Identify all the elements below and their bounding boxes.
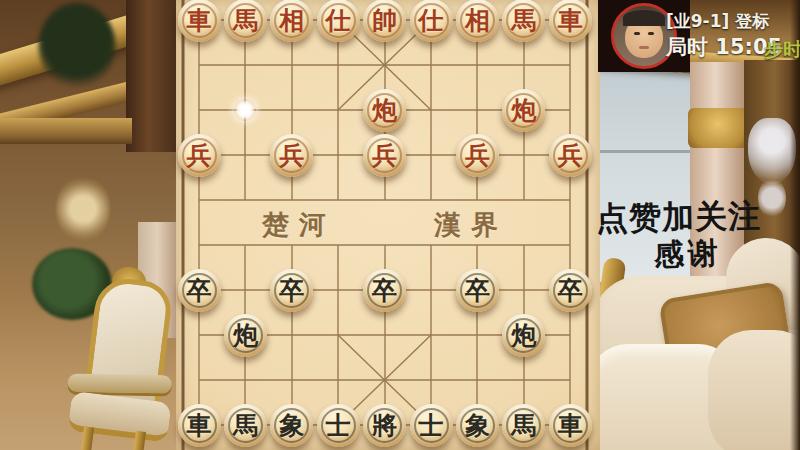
piece-red-cannon[interactable]: 炮: [363, 89, 406, 132]
move-time-label: 步时: [764, 37, 800, 63]
eye: [634, 32, 640, 35]
gold-capital: [688, 108, 748, 148]
game-time-label: 局时: [666, 35, 708, 59]
xiangqi-board[interactable]: 楚河 漢界 車馬相仕帥仕相馬車炮炮兵兵兵兵兵卒卒卒卒卒炮炮車馬象士將士象馬車: [176, 0, 600, 450]
piece-red-horse[interactable]: 馬: [224, 0, 267, 42]
chandelier-drop: [758, 178, 786, 218]
piece-black-elephant[interactable]: 象: [456, 404, 499, 447]
sofa-seat-cushion: [708, 330, 800, 450]
pieces-layer: 車馬相仕帥仕相馬車炮炮兵兵兵兵兵卒卒卒卒卒炮炮車馬象士將士象馬車: [176, 0, 600, 450]
gold-molding: [0, 118, 132, 144]
piece-red-chariot[interactable]: 車: [178, 0, 221, 42]
eye: [648, 32, 654, 35]
piece-red-soldier[interactable]: 兵: [549, 134, 592, 177]
banner-thanks: 感谢: [653, 233, 722, 276]
player-name: 登标: [735, 11, 769, 31]
piece-red-advisor[interactable]: 仕: [317, 0, 360, 42]
room-background-left: [0, 0, 176, 450]
brown-pillar: [126, 0, 176, 152]
piece-red-elephant[interactable]: 相: [456, 0, 499, 42]
piece-black-cannon[interactable]: 炮: [502, 314, 545, 357]
crystal-chandelier: [748, 118, 796, 184]
piece-black-advisor[interactable]: 士: [317, 404, 360, 447]
piece-red-chariot[interactable]: 車: [549, 0, 592, 42]
piece-black-cannon[interactable]: 炮: [224, 314, 267, 357]
piece-black-soldier[interactable]: 卒: [363, 269, 406, 312]
piece-black-soldier[interactable]: 卒: [456, 269, 499, 312]
piece-red-soldier[interactable]: 兵: [363, 134, 406, 177]
piece-red-soldier[interactable]: 兵: [456, 134, 499, 177]
piece-red-horse[interactable]: 馬: [502, 0, 545, 42]
piece-black-elephant[interactable]: 象: [270, 404, 313, 447]
screen-edge-shadow: [790, 0, 800, 450]
candelabra-light: [56, 176, 110, 242]
piece-red-soldier[interactable]: 兵: [270, 134, 313, 177]
piece-black-horse[interactable]: 馬: [224, 404, 267, 447]
mouth: [639, 46, 649, 49]
player-rank-badge: [业9-1]: [666, 11, 729, 31]
piece-red-advisor[interactable]: 仕: [410, 0, 453, 42]
piece-black-advisor[interactable]: 士: [410, 404, 453, 447]
piece-black-general[interactable]: 將: [363, 404, 406, 447]
piece-red-elephant[interactable]: 相: [270, 0, 313, 42]
chair-arm: [67, 374, 171, 394]
piece-red-cannon[interactable]: 炮: [502, 89, 545, 132]
piece-black-chariot[interactable]: 車: [549, 404, 592, 447]
piece-red-general[interactable]: 帥: [363, 0, 406, 42]
dark-plant-silhouette: [38, 2, 116, 90]
piece-black-soldier[interactable]: 卒: [270, 269, 313, 312]
window-rail: [598, 150, 692, 153]
piece-black-soldier[interactable]: 卒: [178, 269, 221, 312]
hair: [623, 10, 665, 26]
piece-black-horse[interactable]: 馬: [502, 404, 545, 447]
piece-black-chariot[interactable]: 車: [178, 404, 221, 447]
screenshot-root: 楚河 漢界 車馬相仕帥仕相馬車炮炮兵兵兵兵兵卒卒卒卒卒炮炮車馬象士將士象馬車 […: [0, 0, 800, 450]
gilded-chair: [48, 271, 176, 450]
piece-black-soldier[interactable]: 卒: [549, 269, 592, 312]
player-name-line: [业9-1] 登标: [666, 10, 769, 33]
piece-red-soldier[interactable]: 兵: [178, 134, 221, 177]
